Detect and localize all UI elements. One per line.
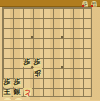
opponent-hand-bar: 歩 桂 (0, 0, 100, 7)
hoshi-dot (61, 36, 63, 38)
hoshi-dot (31, 36, 33, 38)
shogi-app-screen: { "game": "shogi", "colors": { "top_bar"… (0, 0, 100, 100)
player-hand-tray-piece[interactable] (14, 98, 23, 101)
shogi-board[interactable]: 歩歩歩歩歩王銀と (0, 7, 100, 100)
player-hand-tray-piece[interactable] (3, 98, 12, 101)
hoshi-dot (61, 66, 63, 68)
